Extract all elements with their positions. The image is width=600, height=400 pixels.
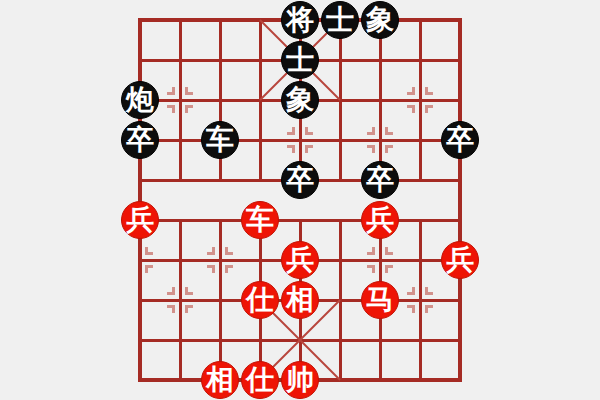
point-marker	[185, 87, 193, 95]
point-marker	[407, 305, 415, 313]
point-marker	[167, 287, 175, 295]
point-marker	[425, 87, 433, 95]
point-marker	[407, 105, 415, 113]
point-marker	[167, 87, 175, 95]
piece-red-pawn[interactable]: 兵	[441, 241, 479, 279]
piece-black-pawn[interactable]: 卒	[121, 121, 159, 159]
point-marker	[425, 105, 433, 113]
piece-black-pawn[interactable]: 卒	[441, 121, 479, 159]
piece-black-cannon[interactable]: 炮	[121, 81, 159, 119]
point-marker	[367, 127, 375, 135]
piece-red-elephant[interactable]: 相	[201, 361, 239, 399]
point-marker	[207, 247, 215, 255]
point-marker	[207, 265, 215, 273]
point-marker	[425, 287, 433, 295]
point-marker	[185, 305, 193, 313]
point-marker	[225, 247, 233, 255]
piece-red-advisor[interactable]: 仕	[241, 361, 279, 399]
point-marker	[185, 287, 193, 295]
point-marker	[385, 247, 393, 255]
piece-red-pawn[interactable]: 兵	[121, 201, 159, 239]
point-marker	[367, 145, 375, 153]
point-marker	[385, 145, 393, 153]
piece-red-horse[interactable]: 马	[361, 281, 399, 319]
piece-black-pawn[interactable]: 卒	[361, 161, 399, 199]
point-marker	[367, 265, 375, 273]
point-marker	[385, 127, 393, 135]
point-marker	[145, 247, 153, 255]
piece-black-king[interactable]: 将	[281, 1, 319, 39]
point-marker	[385, 265, 393, 273]
xiangqi-board: 将士象士炮象卒车卒卒卒兵车兵兵兵仕相马相仕帅	[0, 0, 600, 400]
piece-red-pawn[interactable]: 兵	[281, 241, 319, 279]
piece-black-chariot[interactable]: 车	[201, 121, 239, 159]
point-marker	[287, 145, 295, 153]
piece-red-king[interactable]: 帅	[281, 361, 319, 399]
piece-black-pawn[interactable]: 卒	[281, 161, 319, 199]
piece-red-advisor[interactable]: 仕	[241, 281, 279, 319]
piece-black-advisor[interactable]: 士	[281, 41, 319, 79]
point-marker	[407, 287, 415, 295]
piece-red-chariot[interactable]: 车	[241, 201, 279, 239]
point-marker	[167, 305, 175, 313]
point-marker	[407, 87, 415, 95]
point-marker	[425, 305, 433, 313]
point-marker	[367, 247, 375, 255]
point-marker	[167, 105, 175, 113]
piece-red-elephant[interactable]: 相	[281, 281, 319, 319]
piece-black-advisor[interactable]: 士	[321, 1, 359, 39]
point-marker	[225, 265, 233, 273]
point-marker	[287, 127, 295, 135]
point-marker	[185, 105, 193, 113]
point-marker	[145, 265, 153, 273]
point-marker	[305, 127, 313, 135]
piece-black-elephant[interactable]: 象	[361, 1, 399, 39]
piece-black-elephant[interactable]: 象	[281, 81, 319, 119]
piece-red-pawn[interactable]: 兵	[361, 201, 399, 239]
point-marker	[305, 145, 313, 153]
